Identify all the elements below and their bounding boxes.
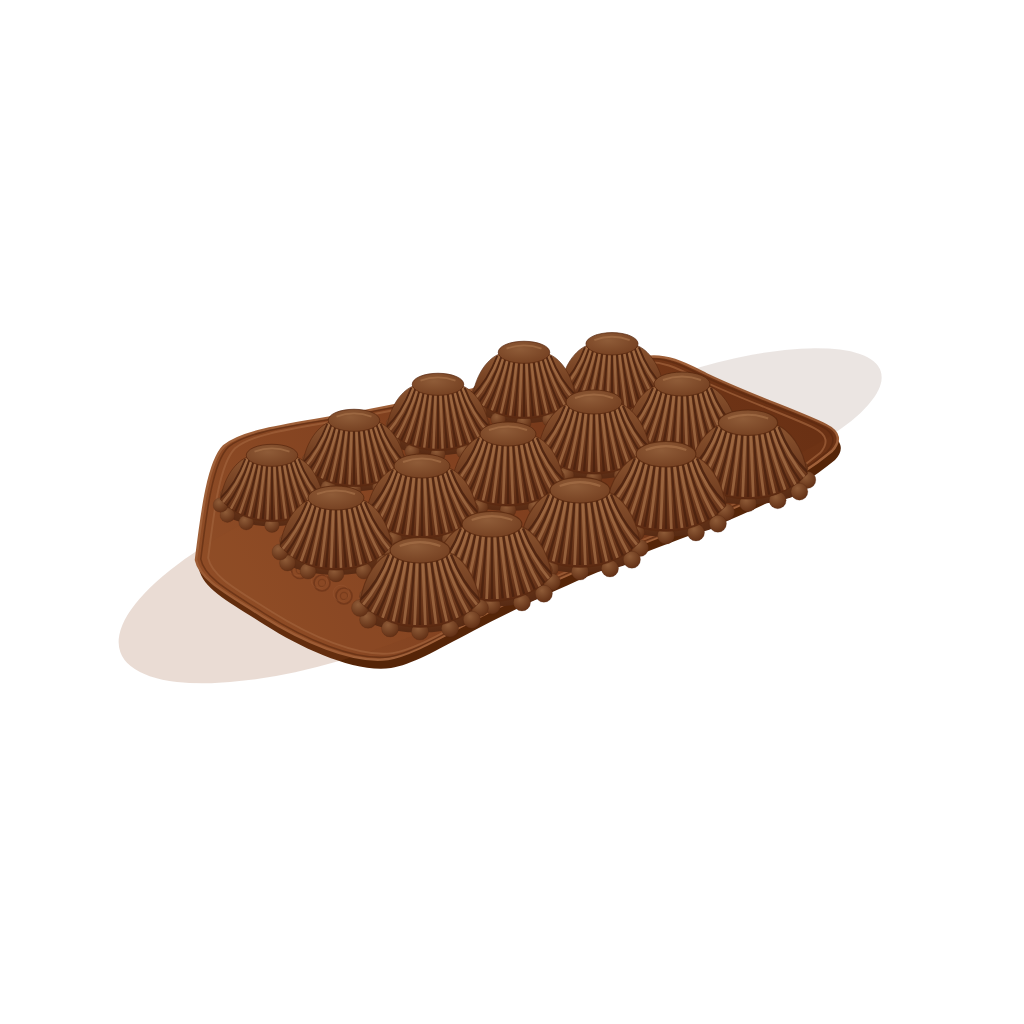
product-image-canvas	[0, 0, 1024, 1024]
chocolate-mold-render	[0, 0, 1024, 1024]
